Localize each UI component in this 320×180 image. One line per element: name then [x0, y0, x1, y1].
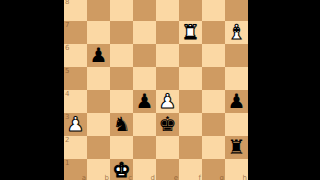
- square-a6[interactable]: 6: [64, 44, 87, 67]
- rank-label-2: 2: [65, 136, 69, 144]
- square-d4[interactable]: ♟: [133, 90, 156, 113]
- black-pawn-h4[interactable]: ♟: [228, 91, 246, 111]
- square-c5[interactable]: [110, 67, 133, 90]
- file-label-h: h: [243, 174, 247, 180]
- square-f2[interactable]: [179, 136, 202, 159]
- square-a4[interactable]: 4: [64, 90, 87, 113]
- square-f5[interactable]: [179, 67, 202, 90]
- square-e1[interactable]: e: [156, 159, 179, 180]
- black-knight-c3[interactable]: ♞: [113, 114, 131, 134]
- square-h5[interactable]: [225, 67, 248, 90]
- rank-label-8: 8: [65, 0, 69, 6]
- square-g7[interactable]: [202, 21, 225, 44]
- file-label-g: g: [220, 174, 224, 180]
- square-c8[interactable]: [110, 0, 133, 21]
- square-b4[interactable]: [87, 90, 110, 113]
- square-e5[interactable]: [156, 67, 179, 90]
- file-label-d: d: [151, 174, 155, 180]
- black-pawn-d4[interactable]: ♟: [136, 91, 154, 111]
- square-c7[interactable]: [110, 21, 133, 44]
- square-e4[interactable]: ♟: [156, 90, 179, 113]
- square-b8[interactable]: [87, 0, 110, 21]
- white-rook-f7[interactable]: ♜: [182, 22, 200, 42]
- square-g4[interactable]: [202, 90, 225, 113]
- square-g5[interactable]: [202, 67, 225, 90]
- square-d1[interactable]: d: [133, 159, 156, 180]
- square-h7[interactable]: ♝: [225, 21, 248, 44]
- square-e7[interactable]: [156, 21, 179, 44]
- square-d8[interactable]: [133, 0, 156, 21]
- white-pawn-a3[interactable]: ♟: [67, 114, 85, 134]
- square-e6[interactable]: [156, 44, 179, 67]
- square-g1[interactable]: g: [202, 159, 225, 180]
- square-h1[interactable]: h: [225, 159, 248, 180]
- square-h8[interactable]: [225, 0, 248, 21]
- square-b6[interactable]: ♟: [87, 44, 110, 67]
- square-c6[interactable]: [110, 44, 133, 67]
- rank-label-6: 6: [65, 44, 69, 52]
- chess-board: 87♜♝6♟54♟♟♟3♟♞♚2♜1abc♚defgh: [64, 0, 248, 180]
- square-g6[interactable]: [202, 44, 225, 67]
- file-label-e: e: [174, 174, 178, 180]
- rank-label-1: 1: [65, 159, 69, 167]
- white-bishop-h7[interactable]: ♝: [228, 22, 246, 42]
- black-king-e3[interactable]: ♚: [159, 114, 177, 134]
- rank-label-7: 7: [65, 21, 69, 29]
- black-pawn-b6[interactable]: ♟: [90, 45, 108, 65]
- square-b2[interactable]: [87, 136, 110, 159]
- square-e8[interactable]: [156, 0, 179, 21]
- square-h4[interactable]: ♟: [225, 90, 248, 113]
- file-label-f: f: [199, 174, 201, 180]
- square-g3[interactable]: [202, 113, 225, 136]
- screenshot-stage: 87♜♝6♟54♟♟♟3♟♞♚2♜1abc♚defgh: [0, 0, 320, 180]
- file-label-b: b: [105, 174, 109, 180]
- square-f4[interactable]: [179, 90, 202, 113]
- square-d6[interactable]: [133, 44, 156, 67]
- square-a2[interactable]: 2: [64, 136, 87, 159]
- file-label-a: a: [82, 174, 86, 180]
- square-b5[interactable]: [87, 67, 110, 90]
- square-a8[interactable]: 8: [64, 0, 87, 21]
- square-c1[interactable]: c♚: [110, 159, 133, 180]
- square-f6[interactable]: [179, 44, 202, 67]
- square-h6[interactable]: [225, 44, 248, 67]
- square-c3[interactable]: ♞: [110, 113, 133, 136]
- square-d2[interactable]: [133, 136, 156, 159]
- square-f3[interactable]: [179, 113, 202, 136]
- white-king-c1[interactable]: ♚: [113, 160, 131, 180]
- square-b1[interactable]: b: [87, 159, 110, 180]
- square-f8[interactable]: [179, 0, 202, 21]
- rank-label-5: 5: [65, 67, 69, 75]
- black-rook-h2[interactable]: ♜: [228, 137, 246, 157]
- square-a7[interactable]: 7: [64, 21, 87, 44]
- square-h3[interactable]: [225, 113, 248, 136]
- square-d3[interactable]: [133, 113, 156, 136]
- square-g2[interactable]: [202, 136, 225, 159]
- rank-label-4: 4: [65, 90, 69, 98]
- square-f1[interactable]: f: [179, 159, 202, 180]
- square-g8[interactable]: [202, 0, 225, 21]
- square-c2[interactable]: [110, 136, 133, 159]
- square-f7[interactable]: ♜: [179, 21, 202, 44]
- square-c4[interactable]: [110, 90, 133, 113]
- square-b3[interactable]: [87, 113, 110, 136]
- square-b7[interactable]: [87, 21, 110, 44]
- square-e3[interactable]: ♚: [156, 113, 179, 136]
- white-pawn-e4[interactable]: ♟: [159, 91, 177, 111]
- square-h2[interactable]: ♜: [225, 136, 248, 159]
- square-d5[interactable]: [133, 67, 156, 90]
- square-a3[interactable]: 3♟: [64, 113, 87, 136]
- square-a1[interactable]: 1a: [64, 159, 87, 180]
- square-a5[interactable]: 5: [64, 67, 87, 90]
- square-d7[interactable]: [133, 21, 156, 44]
- square-e2[interactable]: [156, 136, 179, 159]
